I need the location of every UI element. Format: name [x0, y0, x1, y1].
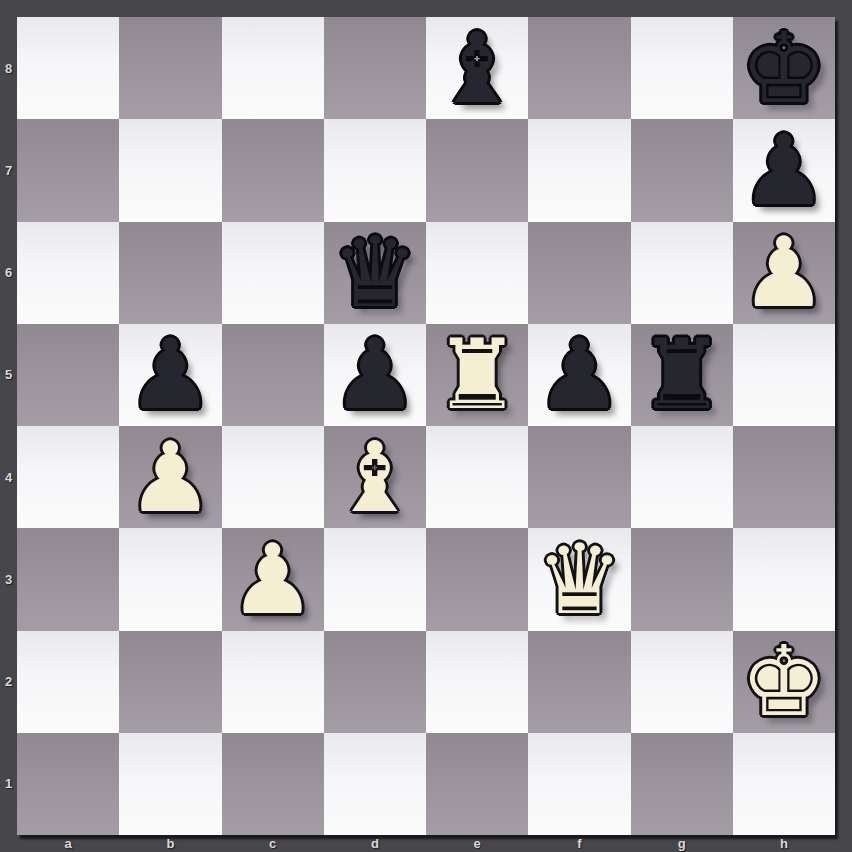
square-g4[interactable] [631, 426, 733, 528]
square-e1[interactable] [426, 733, 528, 835]
square-b2[interactable] [119, 631, 221, 733]
square-g6[interactable] [631, 222, 733, 324]
chess-board-frame: ♝♚♟♛♟♟♟♜♟♜♟♝♟♛♚ 87654321 abcdefgh [0, 0, 852, 852]
square-c5[interactable] [222, 324, 324, 426]
square-c4[interactable] [222, 426, 324, 528]
square-b3[interactable] [119, 528, 221, 630]
square-e2[interactable] [426, 631, 528, 733]
square-e3[interactable] [426, 528, 528, 630]
rank-label-8: 8 [0, 17, 17, 119]
piece-white-pawn[interactable]: ♟ [127, 429, 214, 526]
square-b6[interactable] [119, 222, 221, 324]
piece-black-king[interactable]: ♚ [740, 20, 827, 117]
file-labels: abcdefgh [17, 835, 835, 852]
square-d6[interactable]: ♛ [324, 222, 426, 324]
square-d8[interactable] [324, 17, 426, 119]
square-c8[interactable] [222, 17, 324, 119]
square-d7[interactable] [324, 119, 426, 221]
square-f1[interactable] [528, 733, 630, 835]
square-h5[interactable] [733, 324, 835, 426]
square-h7[interactable]: ♟ [733, 119, 835, 221]
square-a5[interactable] [17, 324, 119, 426]
piece-black-queen[interactable]: ♛ [331, 224, 418, 321]
square-d1[interactable] [324, 733, 426, 835]
piece-white-pawn[interactable]: ♟ [740, 224, 827, 321]
board: ♝♚♟♛♟♟♟♜♟♜♟♝♟♛♚ [17, 17, 835, 835]
square-d2[interactable] [324, 631, 426, 733]
file-label-g: g [631, 835, 733, 852]
piece-white-queen[interactable]: ♛ [536, 531, 623, 628]
piece-white-bishop[interactable]: ♝ [331, 429, 418, 526]
file-label-f: f [528, 835, 630, 852]
file-label-d: d [324, 835, 426, 852]
file-label-a: a [17, 835, 119, 852]
square-a8[interactable] [17, 17, 119, 119]
file-label-h: h [733, 835, 835, 852]
square-b7[interactable] [119, 119, 221, 221]
piece-black-rook[interactable]: ♜ [638, 326, 725, 423]
rank-label-6: 6 [0, 222, 17, 324]
square-h4[interactable] [733, 426, 835, 528]
rank-label-5: 5 [0, 324, 17, 426]
piece-black-pawn[interactable]: ♟ [331, 326, 418, 423]
square-a2[interactable] [17, 631, 119, 733]
square-h3[interactable] [733, 528, 835, 630]
piece-black-pawn[interactable]: ♟ [127, 326, 214, 423]
square-e6[interactable] [426, 222, 528, 324]
file-label-b: b [119, 835, 221, 852]
square-e8[interactable]: ♝ [426, 17, 528, 119]
square-e7[interactable] [426, 119, 528, 221]
square-c1[interactable] [222, 733, 324, 835]
piece-black-bishop[interactable]: ♝ [434, 20, 521, 117]
square-g5[interactable]: ♜ [631, 324, 733, 426]
square-b5[interactable]: ♟ [119, 324, 221, 426]
square-d4[interactable]: ♝ [324, 426, 426, 528]
square-c7[interactable] [222, 119, 324, 221]
rank-label-4: 4 [0, 426, 17, 528]
square-b4[interactable]: ♟ [119, 426, 221, 528]
piece-white-rook[interactable]: ♜ [434, 326, 521, 423]
square-h1[interactable] [733, 733, 835, 835]
square-f3[interactable]: ♛ [528, 528, 630, 630]
rank-label-3: 3 [0, 528, 17, 630]
square-h8[interactable]: ♚ [733, 17, 835, 119]
square-h2[interactable]: ♚ [733, 631, 835, 733]
square-h6[interactable]: ♟ [733, 222, 835, 324]
square-e5[interactable]: ♜ [426, 324, 528, 426]
rank-labels: 87654321 [0, 17, 17, 835]
square-g8[interactable] [631, 17, 733, 119]
square-g1[interactable] [631, 733, 733, 835]
file-label-e: e [426, 835, 528, 852]
square-f6[interactable] [528, 222, 630, 324]
file-label-c: c [222, 835, 324, 852]
square-f5[interactable]: ♟ [528, 324, 630, 426]
square-g3[interactable] [631, 528, 733, 630]
piece-white-king[interactable]: ♚ [740, 633, 827, 730]
square-c3[interactable]: ♟ [222, 528, 324, 630]
piece-white-pawn[interactable]: ♟ [229, 531, 316, 628]
square-a7[interactable] [17, 119, 119, 221]
square-d3[interactable] [324, 528, 426, 630]
rank-label-1: 1 [0, 733, 17, 835]
rank-label-7: 7 [0, 119, 17, 221]
square-c2[interactable] [222, 631, 324, 733]
rank-label-2: 2 [0, 631, 17, 733]
square-b1[interactable] [119, 733, 221, 835]
piece-black-pawn[interactable]: ♟ [740, 122, 827, 219]
square-c6[interactable] [222, 222, 324, 324]
square-b8[interactable] [119, 17, 221, 119]
square-g2[interactable] [631, 631, 733, 733]
square-f7[interactable] [528, 119, 630, 221]
square-a3[interactable] [17, 528, 119, 630]
square-f4[interactable] [528, 426, 630, 528]
square-a1[interactable] [17, 733, 119, 835]
piece-black-pawn[interactable]: ♟ [536, 326, 623, 423]
square-g7[interactable] [631, 119, 733, 221]
square-d5[interactable]: ♟ [324, 324, 426, 426]
square-f2[interactable] [528, 631, 630, 733]
square-e4[interactable] [426, 426, 528, 528]
square-a6[interactable] [17, 222, 119, 324]
square-a4[interactable] [17, 426, 119, 528]
square-f8[interactable] [528, 17, 630, 119]
